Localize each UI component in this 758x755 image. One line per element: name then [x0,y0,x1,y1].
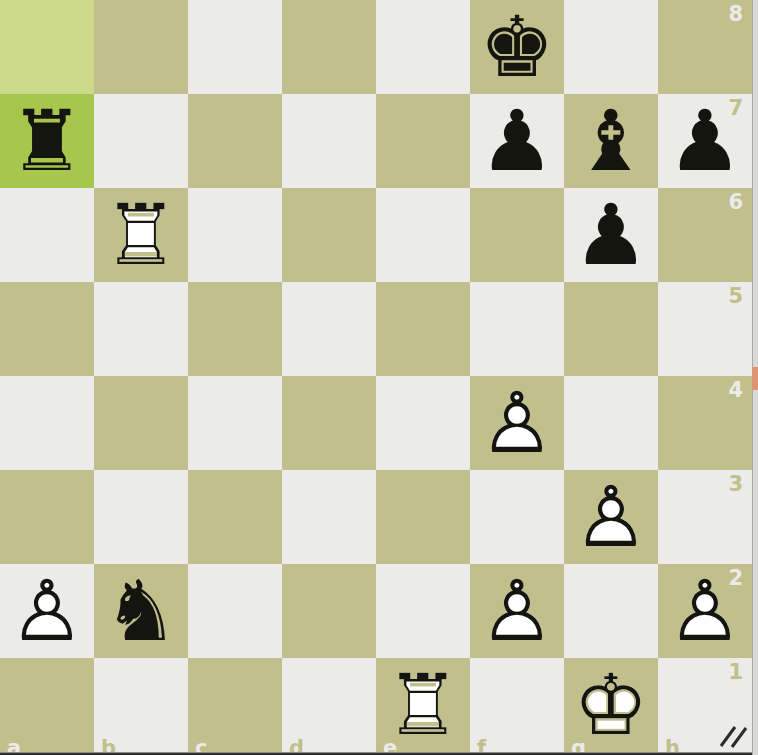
rank-label-1: 1 [728,662,743,683]
square-d3[interactable] [282,470,376,564]
white-piece-outline: ♙ [9,564,84,658]
white-piece-outline: ♙ [573,470,648,564]
square-g8[interactable] [564,0,658,94]
rank-label-6: 6 [728,192,743,213]
square-a4[interactable] [0,376,94,470]
white-piece-outline: ♖ [103,188,178,282]
square-f2[interactable]: ♟♙ [470,564,564,658]
square-a3[interactable] [0,470,94,564]
white-pawn[interactable]: ♟♙ [470,564,564,658]
scrollbar-track[interactable] [752,0,758,755]
square-g6[interactable]: ♟ [564,188,658,282]
square-b2[interactable]: ♞ [94,564,188,658]
white-piece-outline: ♙ [479,564,554,658]
square-c4[interactable] [188,376,282,470]
square-g7[interactable]: ♝ [564,94,658,188]
resize-grip-icon [718,723,750,749]
white-rook[interactable]: ♜♖ [94,188,188,282]
square-a8[interactable] [0,0,94,94]
square-d5[interactable] [282,282,376,376]
square-h7[interactable]: ♟7 [658,94,752,188]
black-knight[interactable]: ♞ [94,564,188,658]
square-g3[interactable]: ♟♙ [564,470,658,564]
square-b4[interactable] [94,376,188,470]
black-piece-glyph: ♚ [479,0,554,94]
chess-app-window: ♚8♜♟♝♟7♜♖♟65♟♙4♟♙3♟♙♞♟♙♟♙2abcd♜♖ef♚♔g1h [0,0,758,755]
square-h6[interactable]: 6 [658,188,752,282]
square-h2[interactable]: ♟♙2 [658,564,752,658]
black-piece-glyph: ♟ [479,94,554,188]
square-g4[interactable] [564,376,658,470]
black-piece-glyph: ♟ [573,188,648,282]
white-piece-outline: ♙ [479,376,554,470]
square-g2[interactable] [564,564,658,658]
square-g5[interactable] [564,282,658,376]
square-h3[interactable]: 3 [658,470,752,564]
square-c8[interactable] [188,0,282,94]
square-e3[interactable] [376,470,470,564]
square-b8[interactable] [94,0,188,94]
square-b7[interactable] [94,94,188,188]
square-e5[interactable] [376,282,470,376]
black-piece-glyph: ♞ [103,564,178,658]
square-d6[interactable] [282,188,376,282]
square-f6[interactable] [470,188,564,282]
rank-label-5: 5 [728,286,743,307]
rank-label-3: 3 [728,474,743,495]
square-f4[interactable]: ♟♙ [470,376,564,470]
black-piece-glyph: ♝ [573,94,648,188]
square-c6[interactable] [188,188,282,282]
square-f8[interactable]: ♚ [470,0,564,94]
black-bishop[interactable]: ♝ [564,94,658,188]
rank-label-2: 2 [728,568,743,589]
rank-label-8: 8 [728,4,743,25]
square-h5[interactable]: 5 [658,282,752,376]
black-pawn[interactable]: ♟ [470,94,564,188]
rank-label-4: 4 [728,380,743,401]
scrollbar-marker[interactable] [752,367,758,390]
square-d8[interactable] [282,0,376,94]
square-e4[interactable] [376,376,470,470]
white-pawn[interactable]: ♟♙ [0,564,94,658]
square-c5[interactable] [188,282,282,376]
square-a6[interactable] [0,188,94,282]
square-c2[interactable] [188,564,282,658]
square-d2[interactable] [282,564,376,658]
square-e2[interactable] [376,564,470,658]
square-a5[interactable] [0,282,94,376]
square-e6[interactable] [376,188,470,282]
square-e7[interactable] [376,94,470,188]
square-c1[interactable]: c [188,658,282,752]
square-d4[interactable] [282,376,376,470]
resize-handle[interactable] [718,723,750,749]
square-e8[interactable] [376,0,470,94]
square-h8[interactable]: 8 [658,0,752,94]
square-c7[interactable] [188,94,282,188]
chess-board: ♚8♜♟♝♟7♜♖♟65♟♙4♟♙3♟♙♞♟♙♟♙2abcd♜♖ef♚♔g1h [0,0,752,752]
square-c3[interactable] [188,470,282,564]
white-pawn[interactable]: ♟♙ [470,376,564,470]
black-pawn[interactable]: ♟ [564,188,658,282]
black-king[interactable]: ♚ [470,0,564,94]
square-d1[interactable]: d [282,658,376,752]
square-e1[interactable]: ♜♖e [376,658,470,752]
square-b3[interactable] [94,470,188,564]
white-pawn[interactable]: ♟♙ [564,470,658,564]
black-piece-glyph: ♜ [9,94,84,188]
black-rook[interactable]: ♜ [0,94,94,188]
square-f5[interactable] [470,282,564,376]
square-a1[interactable]: a [0,658,94,752]
square-f3[interactable] [470,470,564,564]
square-b5[interactable] [94,282,188,376]
square-b1[interactable]: b [94,658,188,752]
square-d7[interactable] [282,94,376,188]
rank-label-7: 7 [728,98,743,119]
square-g1[interactable]: ♚♔g [564,658,658,752]
square-a7[interactable]: ♜ [0,94,94,188]
square-f1[interactable]: f [470,658,564,752]
square-f7[interactable]: ♟ [470,94,564,188]
square-a2[interactable]: ♟♙ [0,564,94,658]
square-h4[interactable]: 4 [658,376,752,470]
square-b6[interactable]: ♜♖ [94,188,188,282]
